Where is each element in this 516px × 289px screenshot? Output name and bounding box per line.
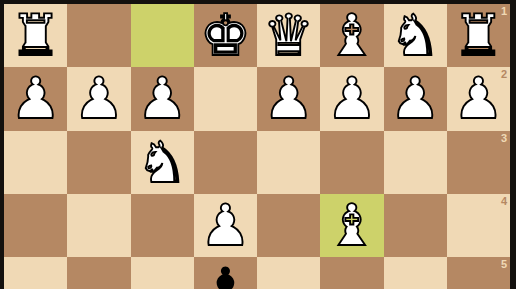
square-c2[interactable]: ♟ bbox=[320, 67, 383, 130]
square-f3[interactable]: ♞ bbox=[131, 131, 194, 194]
square-c1[interactable]: ♝ bbox=[320, 4, 383, 67]
square-g5[interactable] bbox=[67, 257, 130, 289]
white-pawn[interactable]: ♟ bbox=[131, 67, 194, 130]
square-f4[interactable] bbox=[131, 194, 194, 257]
square-h4[interactable] bbox=[4, 194, 67, 257]
chess-board: ♜♚♛♝♞♜1♟♟♟♟♟♟♟2♞3♟♝4♟5 bbox=[4, 4, 510, 289]
square-g4[interactable] bbox=[67, 194, 130, 257]
square-b5[interactable] bbox=[384, 257, 447, 289]
white-pawn[interactable]: ♟ bbox=[320, 67, 383, 130]
white-pawn[interactable]: ♟ bbox=[447, 67, 510, 130]
square-a4[interactable]: 4 bbox=[447, 194, 510, 257]
square-d1[interactable]: ♛ bbox=[257, 4, 320, 67]
square-f1[interactable] bbox=[131, 4, 194, 67]
square-a5[interactable]: 5 bbox=[447, 257, 510, 289]
square-e4[interactable]: ♟ bbox=[194, 194, 257, 257]
square-h5[interactable] bbox=[4, 257, 67, 289]
square-g3[interactable] bbox=[67, 131, 130, 194]
square-a2[interactable]: ♟2 bbox=[447, 67, 510, 130]
rank-coordinate-3: 3 bbox=[501, 132, 507, 144]
white-knight[interactable]: ♞ bbox=[384, 4, 447, 67]
black-pawn[interactable]: ♟ bbox=[194, 257, 257, 289]
square-e2[interactable] bbox=[194, 67, 257, 130]
square-b3[interactable] bbox=[384, 131, 447, 194]
white-bishop[interactable]: ♝ bbox=[320, 194, 383, 257]
square-b2[interactable]: ♟ bbox=[384, 67, 447, 130]
square-c4[interactable]: ♝ bbox=[320, 194, 383, 257]
rank-coordinate-5: 5 bbox=[501, 258, 507, 270]
white-pawn[interactable]: ♟ bbox=[4, 67, 67, 130]
white-king[interactable]: ♚ bbox=[194, 4, 257, 67]
square-d3[interactable] bbox=[257, 131, 320, 194]
square-g2[interactable]: ♟ bbox=[67, 67, 130, 130]
rank-coordinate-4: 4 bbox=[501, 195, 507, 207]
square-d4[interactable] bbox=[257, 194, 320, 257]
square-c3[interactable] bbox=[320, 131, 383, 194]
white-pawn[interactable]: ♟ bbox=[67, 67, 130, 130]
white-bishop[interactable]: ♝ bbox=[320, 4, 383, 67]
square-b4[interactable] bbox=[384, 194, 447, 257]
white-pawn[interactable]: ♟ bbox=[384, 67, 447, 130]
square-f2[interactable]: ♟ bbox=[131, 67, 194, 130]
white-rook[interactable]: ♜ bbox=[447, 4, 510, 67]
white-pawn[interactable]: ♟ bbox=[194, 194, 257, 257]
white-knight[interactable]: ♞ bbox=[131, 131, 194, 194]
square-a1[interactable]: ♜1 bbox=[447, 4, 510, 67]
square-h2[interactable]: ♟ bbox=[4, 67, 67, 130]
square-g1[interactable] bbox=[67, 4, 130, 67]
square-e1[interactable]: ♚ bbox=[194, 4, 257, 67]
square-b1[interactable]: ♞ bbox=[384, 4, 447, 67]
white-queen[interactable]: ♛ bbox=[257, 4, 320, 67]
square-a3[interactable]: 3 bbox=[447, 131, 510, 194]
square-h1[interactable]: ♜ bbox=[4, 4, 67, 67]
white-rook[interactable]: ♜ bbox=[4, 4, 67, 67]
square-f5[interactable] bbox=[131, 257, 194, 289]
square-h3[interactable] bbox=[4, 131, 67, 194]
square-d5[interactable] bbox=[257, 257, 320, 289]
white-pawn[interactable]: ♟ bbox=[257, 67, 320, 130]
square-d2[interactable]: ♟ bbox=[257, 67, 320, 130]
square-c5[interactable] bbox=[320, 257, 383, 289]
square-e3[interactable] bbox=[194, 131, 257, 194]
square-e5[interactable]: ♟ bbox=[194, 257, 257, 289]
